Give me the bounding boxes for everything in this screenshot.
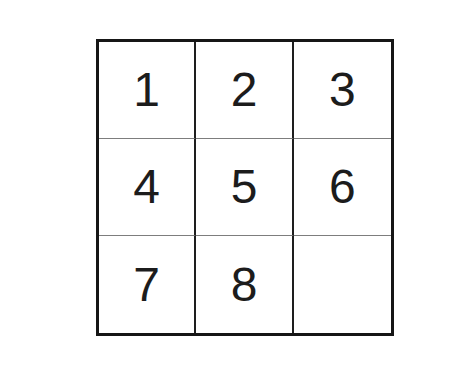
tile-1[interactable]: 1 [99,42,196,139]
tile-5[interactable]: 5 [196,139,293,236]
tile-3[interactable]: 3 [294,42,391,139]
tile-2[interactable]: 2 [196,42,293,139]
puzzle-board: 1 2 3 4 5 6 7 8 [96,39,394,336]
tile-8[interactable]: 8 [196,236,293,333]
tile-4[interactable]: 4 [99,139,196,236]
tile-7[interactable]: 7 [99,236,196,333]
tile-6[interactable]: 6 [294,139,391,236]
blank-cell [294,236,391,333]
